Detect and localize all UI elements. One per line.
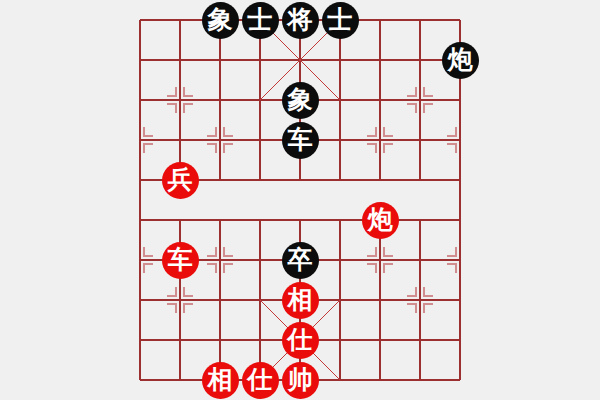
piece-black-advisor[interactable]: 士 [242,2,279,39]
piece-red-elephant[interactable]: 相 [202,362,239,399]
piece-glyph: 象 [288,87,313,112]
piece-black-elephant[interactable]: 象 [202,2,239,39]
piece-glyph: 兵 [168,167,193,192]
piece-red-general[interactable]: 帅 [282,362,319,399]
piece-red-advisor[interactable]: 仕 [242,362,279,399]
piece-black-elephant[interactable]: 象 [282,82,319,119]
piece-glyph: 帅 [288,367,313,392]
piece-glyph: 炮 [448,47,473,72]
piece-glyph: 炮 [368,207,393,232]
piece-glyph: 相 [288,287,313,312]
piece-glyph: 象 [208,7,233,32]
piece-grid: 象士将士炮象车兵炮车卒相仕相仕帅 [120,0,480,400]
piece-glyph: 相 [208,367,233,392]
piece-glyph: 仕 [288,327,313,352]
piece-glyph: 车 [168,247,193,272]
piece-glyph: 将 [288,7,313,32]
xiangqi-board: 象士将士炮象车兵炮车卒相仕相仕帅 [0,0,600,400]
piece-glyph: 士 [248,7,273,32]
piece-black-soldier[interactable]: 卒 [282,242,319,279]
piece-glyph: 仕 [248,367,273,392]
piece-black-chariot[interactable]: 车 [282,122,319,159]
piece-black-advisor[interactable]: 士 [322,2,359,39]
piece-red-cannon[interactable]: 炮 [362,202,399,239]
piece-red-elephant[interactable]: 相 [282,282,319,319]
piece-glyph: 卒 [288,247,313,272]
piece-red-soldier[interactable]: 兵 [162,162,199,199]
piece-glyph: 士 [328,7,353,32]
piece-red-advisor[interactable]: 仕 [282,322,319,359]
piece-red-chariot[interactable]: 车 [162,242,199,279]
piece-black-general[interactable]: 将 [282,2,319,39]
piece-black-cannon[interactable]: 炮 [442,42,479,79]
piece-glyph: 车 [288,127,313,152]
